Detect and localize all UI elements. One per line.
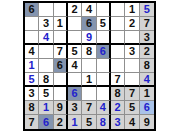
- cell-r5c1[interactable]: 1: [25, 59, 39, 73]
- cell-r3c8[interactable]: [125, 31, 139, 45]
- cell-r2c6[interactable]: 5: [97, 17, 111, 31]
- cell-r7c9[interactable]: 1: [140, 87, 154, 101]
- cell-r6c4[interactable]: [68, 73, 82, 87]
- cell-r4c6[interactable]: 6: [97, 45, 111, 59]
- cell-r1c3[interactable]: [54, 3, 68, 17]
- cell-r9c5[interactable]: 5: [82, 115, 96, 129]
- cell-r3c2[interactable]: 4: [39, 31, 53, 45]
- cell-r6c7[interactable]: 7: [111, 73, 125, 87]
- cell-r5c4[interactable]: 4: [68, 59, 82, 73]
- cell-r7c8[interactable]: 7: [125, 87, 139, 101]
- cell-r3c9[interactable]: 3: [140, 31, 154, 45]
- cell-r5c7[interactable]: [111, 59, 125, 73]
- cell-r7c6[interactable]: [97, 87, 111, 101]
- cell-r7c1[interactable]: 3: [25, 87, 39, 101]
- cell-r1c1[interactable]: 6: [25, 3, 39, 17]
- cell-r9c4[interactable]: 1: [68, 115, 82, 129]
- cell-r4c1[interactable]: 4: [25, 45, 39, 59]
- cell-r5c2[interactable]: [39, 59, 53, 73]
- cell-r5c3[interactable]: 6: [54, 59, 68, 73]
- cell-r8c9[interactable]: 6: [140, 101, 154, 115]
- cell-r9c1[interactable]: 7: [25, 115, 39, 129]
- cell-r4c4[interactable]: 5: [68, 45, 82, 59]
- cell-r7c4[interactable]: 6: [68, 87, 82, 101]
- cell-r8c6[interactable]: 4: [97, 101, 111, 115]
- cell-r6c9[interactable]: 4: [140, 73, 154, 87]
- cell-r8c5[interactable]: 7: [82, 101, 96, 115]
- cell-r1c8[interactable]: 1: [125, 3, 139, 17]
- cell-r1c7[interactable]: [111, 3, 125, 17]
- cell-r1c2[interactable]: [39, 3, 53, 17]
- cell-r9c2[interactable]: 6: [39, 115, 53, 129]
- cell-r9c8[interactable]: 4: [125, 115, 139, 129]
- cell-r7c2[interactable]: 5: [39, 87, 53, 101]
- cell-r1c9[interactable]: 5: [140, 3, 154, 17]
- cell-r4c2[interactable]: [39, 45, 53, 59]
- cell-r4c9[interactable]: 2: [140, 45, 154, 59]
- cell-r6c3[interactable]: [54, 73, 68, 87]
- cell-r4c7[interactable]: [111, 45, 125, 59]
- cell-r3c3[interactable]: [54, 31, 68, 45]
- cell-r4c8[interactable]: 3: [125, 45, 139, 59]
- cell-r1c5[interactable]: 4: [82, 3, 96, 17]
- cell-r2c8[interactable]: 2: [125, 17, 139, 31]
- cell-r5c6[interactable]: [97, 59, 111, 73]
- cell-r9c6[interactable]: 8: [97, 115, 111, 129]
- cell-r9c7[interactable]: 3: [111, 115, 125, 129]
- cell-r2c5[interactable]: 6: [82, 17, 96, 31]
- cell-r8c2[interactable]: 1: [39, 101, 53, 115]
- cell-r3c5[interactable]: 9: [82, 31, 96, 45]
- cell-r7c7[interactable]: 8: [111, 87, 125, 101]
- cell-r7c3[interactable]: [54, 87, 68, 101]
- cell-r5c8[interactable]: [125, 59, 139, 73]
- sudoku-board: 6241531652749347586321648581743568718193…: [23, 1, 156, 131]
- cell-r3c4[interactable]: [68, 31, 82, 45]
- cell-r2c9[interactable]: 7: [140, 17, 154, 31]
- cell-r2c4[interactable]: [68, 17, 82, 31]
- cell-r2c7[interactable]: [111, 17, 125, 31]
- cell-r6c8[interactable]: [125, 73, 139, 87]
- cell-r8c1[interactable]: 8: [25, 101, 39, 115]
- cell-r1c4[interactable]: 2: [68, 3, 82, 17]
- cell-r2c1[interactable]: [25, 17, 39, 31]
- cell-r2c2[interactable]: 3: [39, 17, 53, 31]
- cell-r3c1[interactable]: [25, 31, 39, 45]
- cell-r3c6[interactable]: [97, 31, 111, 45]
- cell-r5c9[interactable]: 8: [140, 59, 154, 73]
- cell-r8c4[interactable]: 3: [68, 101, 82, 115]
- cell-r4c3[interactable]: 7: [54, 45, 68, 59]
- cell-r5c5[interactable]: [82, 59, 96, 73]
- cell-r9c3[interactable]: 2: [54, 115, 68, 129]
- cell-r4c5[interactable]: 8: [82, 45, 96, 59]
- cell-r9c9[interactable]: 9: [140, 115, 154, 129]
- cell-r8c8[interactable]: 5: [125, 101, 139, 115]
- cell-r6c5[interactable]: 1: [82, 73, 96, 87]
- cell-r6c1[interactable]: 5: [25, 73, 39, 87]
- cell-r2c3[interactable]: 1: [54, 17, 68, 31]
- cell-r3c7[interactable]: [111, 31, 125, 45]
- cell-r6c6[interactable]: [97, 73, 111, 87]
- cell-r7c5[interactable]: [82, 87, 96, 101]
- cell-r6c2[interactable]: 8: [39, 73, 53, 87]
- cell-r8c3[interactable]: 9: [54, 101, 68, 115]
- cell-r1c6[interactable]: [97, 3, 111, 17]
- cell-r8c7[interactable]: 2: [111, 101, 125, 115]
